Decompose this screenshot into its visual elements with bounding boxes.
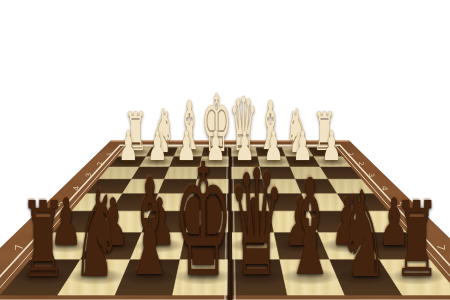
svg-text:5: 5 bbox=[394, 201, 404, 206]
svg-text:2: 2 bbox=[96, 162, 104, 166]
svg-text:g: g bbox=[165, 140, 169, 148]
svg-text:4: 4 bbox=[380, 186, 389, 191]
svg-text:6: 6 bbox=[413, 220, 424, 226]
svg-text:7: 7 bbox=[13, 244, 25, 251]
svg-text:4: 4 bbox=[72, 186, 81, 191]
svg-text:2: 2 bbox=[357, 162, 365, 166]
svg-text:h: h bbox=[139, 140, 143, 148]
svg-text:b: b bbox=[291, 140, 295, 148]
svg-text:7: 7 bbox=[435, 244, 447, 251]
chess-board: 1122334455667788hgfedcba bbox=[0, 0, 450, 300]
svg-text:d: d bbox=[241, 140, 245, 148]
svg-text:5: 5 bbox=[56, 201, 66, 206]
svg-text:1: 1 bbox=[105, 152, 112, 156]
svg-text:1: 1 bbox=[348, 152, 355, 156]
chess-photo-scene: 1122334455667788hgfedcba ♜♜♞♞♝♝♚♛♟♟♟♟♟♟♟… bbox=[0, 0, 450, 300]
svg-text:c: c bbox=[266, 140, 270, 148]
svg-text:e: e bbox=[215, 140, 219, 148]
svg-text:3: 3 bbox=[367, 173, 376, 178]
svg-text:6: 6 bbox=[37, 220, 48, 226]
svg-text:3: 3 bbox=[84, 173, 93, 178]
svg-text:a: a bbox=[317, 140, 321, 148]
